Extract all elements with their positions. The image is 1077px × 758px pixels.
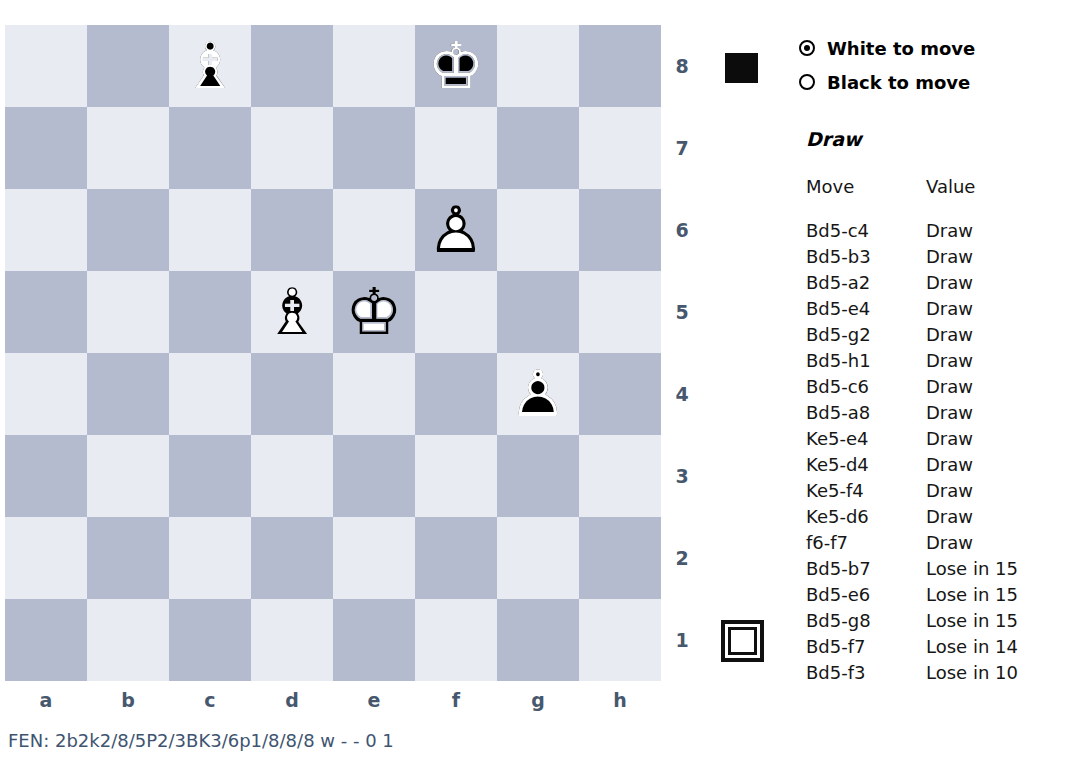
- square-f8[interactable]: ♚♔: [415, 25, 497, 107]
- board: ♝♗♚♔♟♙♝♗♚♔♟♙: [5, 25, 661, 681]
- square-h4[interactable]: [579, 353, 661, 435]
- move-cell[interactable]: Bd5-b3: [806, 246, 926, 267]
- move-cell[interactable]: Ke5-f4: [806, 480, 926, 501]
- black-side-indicator-icon: [725, 53, 758, 83]
- move-row-Bd5-c4: Bd5-c4Draw: [806, 217, 1018, 243]
- rank-label-7: 7: [661, 107, 703, 189]
- square-d5[interactable]: ♝♗: [251, 271, 333, 353]
- move-cell[interactable]: Bd5-b7: [806, 558, 926, 579]
- move-row-Bd5-b3: Bd5-b3Draw: [806, 243, 1018, 269]
- file-label-f: f: [415, 689, 497, 711]
- square-g8[interactable]: [497, 25, 579, 107]
- fen-text: FEN: 2b2k2/8/5P2/3BK3/6p1/8/8/8 w - - 0 …: [8, 730, 394, 751]
- square-f6[interactable]: ♟♙: [415, 189, 497, 271]
- square-h6[interactable]: [579, 189, 661, 271]
- value-cell: Lose in 14: [926, 636, 1018, 657]
- square-c2[interactable]: [169, 517, 251, 599]
- move-cell[interactable]: Bd5-e6: [806, 584, 926, 605]
- square-e7[interactable]: [333, 107, 415, 189]
- move-column-header: Move: [806, 176, 926, 197]
- square-e4[interactable]: [333, 353, 415, 435]
- square-h3[interactable]: [579, 435, 661, 517]
- square-d7[interactable]: [251, 107, 333, 189]
- square-c6[interactable]: [169, 189, 251, 271]
- move-row-Ke5-d6: Ke5-d6Draw: [806, 503, 1018, 529]
- file-labels: abcdefgh: [5, 689, 661, 711]
- file-label-b: b: [87, 689, 169, 711]
- piece-black-pawn: ♟♙: [497, 353, 579, 435]
- square-d2[interactable]: [251, 517, 333, 599]
- move-cell[interactable]: Ke5-e4: [806, 428, 926, 449]
- move-row-Bd5-h1: Bd5-h1Draw: [806, 347, 1018, 373]
- move-row-Bd5-f7: Bd5-f7Lose in 14: [806, 633, 1018, 659]
- white-to-move-label: White to move: [827, 38, 975, 59]
- value-cell: Draw: [926, 506, 973, 527]
- move-cell[interactable]: Bd5-g8: [806, 610, 926, 631]
- move-row-Bd5-g8: Bd5-g8Lose in 15: [806, 607, 1018, 633]
- move-row-Bd5-e6: Bd5-e6Lose in 15: [806, 581, 1018, 607]
- value-cell: Draw: [926, 454, 973, 475]
- square-f5[interactable]: [415, 271, 497, 353]
- move-row-Bd5-g2: Bd5-g2Draw: [806, 321, 1018, 347]
- move-row-Ke5-d4: Ke5-d4Draw: [806, 451, 1018, 477]
- square-e6[interactable]: [333, 189, 415, 271]
- square-c3[interactable]: [169, 435, 251, 517]
- square-h8[interactable]: [579, 25, 661, 107]
- square-f3[interactable]: [415, 435, 497, 517]
- move-cell[interactable]: Bd5-f3: [806, 662, 926, 683]
- move-row-f6-f7: f6-f7Draw: [806, 529, 1018, 555]
- black-to-move-label: Black to move: [827, 72, 970, 93]
- square-d6[interactable]: [251, 189, 333, 271]
- rank-label-2: 2: [661, 517, 703, 599]
- move-cell[interactable]: Bd5-a8: [806, 402, 926, 423]
- value-cell: Draw: [926, 480, 973, 501]
- square-d1[interactable]: [251, 599, 333, 681]
- rank-label-3: 3: [661, 435, 703, 517]
- square-b4[interactable]: [87, 353, 169, 435]
- file-label-h: h: [579, 689, 661, 711]
- value-cell: Lose in 15: [926, 610, 1018, 631]
- value-cell: Lose in 10: [926, 662, 1018, 683]
- move-row-Bd5-c6: Bd5-c6Draw: [806, 373, 1018, 399]
- move-row-Bd5-f3: Bd5-f3Lose in 10: [806, 659, 1018, 685]
- square-e1[interactable]: [333, 599, 415, 681]
- value-cell: Draw: [926, 324, 973, 345]
- square-e5[interactable]: ♚♔: [333, 271, 415, 353]
- move-cell[interactable]: Ke5-d4: [806, 454, 926, 475]
- value-cell: Draw: [926, 272, 973, 293]
- square-a2[interactable]: [5, 517, 87, 599]
- piece-white-king: ♚♔: [333, 271, 415, 353]
- white-to-move-radio-icon[interactable]: [799, 40, 815, 56]
- square-b3[interactable]: [87, 435, 169, 517]
- value-cell: Lose in 15: [926, 584, 1018, 605]
- rank-label-8: 8: [661, 25, 703, 107]
- rank-label-6: 6: [661, 189, 703, 271]
- file-label-e: e: [333, 689, 415, 711]
- square-a7[interactable]: [5, 107, 87, 189]
- square-g3[interactable]: [497, 435, 579, 517]
- value-cell: Draw: [926, 246, 973, 267]
- square-a6[interactable]: [5, 189, 87, 271]
- piece-white-bishop: ♝♗: [251, 271, 333, 353]
- square-c8[interactable]: ♝♗: [169, 25, 251, 107]
- move-cell[interactable]: Bd5-c4: [806, 220, 926, 241]
- move-cell[interactable]: f6-f7: [806, 532, 926, 553]
- value-cell: Lose in 15: [926, 558, 1018, 579]
- white-to-move-option[interactable]: White to move: [799, 36, 975, 60]
- square-b5[interactable]: [87, 271, 169, 353]
- value-cell: Draw: [926, 298, 973, 319]
- square-h2[interactable]: [579, 517, 661, 599]
- square-f7[interactable]: [415, 107, 497, 189]
- move-cell[interactable]: Bd5-c6: [806, 376, 926, 397]
- square-a5[interactable]: [5, 271, 87, 353]
- white-side-indicator-icon: [721, 620, 764, 662]
- square-a1[interactable]: [5, 599, 87, 681]
- square-f2[interactable]: [415, 517, 497, 599]
- square-d8[interactable]: [251, 25, 333, 107]
- square-a4[interactable]: [5, 353, 87, 435]
- file-label-a: a: [5, 689, 87, 711]
- value-column-header: Value: [926, 176, 975, 197]
- move-row-Bd5-a8: Bd5-a8Draw: [806, 399, 1018, 425]
- square-b2[interactable]: [87, 517, 169, 599]
- move-row-Bd5-a2: Bd5-a2Draw: [806, 269, 1018, 295]
- side-to-move-radio-group: White to moveBlack to move: [799, 36, 975, 104]
- square-g4[interactable]: ♟♙: [497, 353, 579, 435]
- square-b6[interactable]: [87, 189, 169, 271]
- square-g1[interactable]: [497, 599, 579, 681]
- square-c5[interactable]: [169, 271, 251, 353]
- moves-table: Bd5-c4DrawBd5-b3DrawBd5-a2DrawBd5-e4Draw…: [806, 217, 1018, 685]
- black-to-move-radio-icon[interactable]: [799, 74, 815, 90]
- rank-label-4: 4: [661, 353, 703, 435]
- value-cell: Draw: [926, 376, 973, 397]
- square-d3[interactable]: [251, 435, 333, 517]
- move-row-Ke5-e4: Ke5-e4Draw: [806, 425, 1018, 451]
- white-side-indicator-inner-square: [728, 627, 757, 655]
- square-g7[interactable]: [497, 107, 579, 189]
- move-row-Bd5-b7: Bd5-b7Lose in 15: [806, 555, 1018, 581]
- move-cell[interactable]: Bd5-f7: [806, 636, 926, 657]
- square-h1[interactable]: [579, 599, 661, 681]
- square-g5[interactable]: [497, 271, 579, 353]
- square-c1[interactable]: [169, 599, 251, 681]
- evaluation-heading: Draw: [806, 128, 862, 150]
- square-a8[interactable]: [5, 25, 87, 107]
- piece-black-bishop: ♝♗: [169, 25, 251, 107]
- rank-label-1: 1: [661, 599, 703, 681]
- square-e8[interactable]: [333, 25, 415, 107]
- piece-white-pawn: ♟♙: [415, 189, 497, 271]
- move-cell[interactable]: Bd5-g2: [806, 324, 926, 345]
- square-c7[interactable]: [169, 107, 251, 189]
- square-d4[interactable]: [251, 353, 333, 435]
- square-b1[interactable]: [87, 599, 169, 681]
- file-label-c: c: [169, 689, 251, 711]
- square-f4[interactable]: [415, 353, 497, 435]
- move-cell[interactable]: Ke5-d6: [806, 506, 926, 527]
- square-h5[interactable]: [579, 271, 661, 353]
- square-b7[interactable]: [87, 107, 169, 189]
- square-h7[interactable]: [579, 107, 661, 189]
- black-to-move-option[interactable]: Black to move: [799, 70, 975, 94]
- move-row-Bd5-e4: Bd5-e4Draw: [806, 295, 1018, 321]
- move-cell[interactable]: Bd5-a2: [806, 272, 926, 293]
- square-f1[interactable]: [415, 599, 497, 681]
- square-c4[interactable]: [169, 353, 251, 435]
- rank-label-5: 5: [661, 271, 703, 353]
- file-label-d: d: [251, 689, 333, 711]
- square-a3[interactable]: [5, 435, 87, 517]
- move-cell[interactable]: Bd5-e4: [806, 298, 926, 319]
- move-cell[interactable]: Bd5-h1: [806, 350, 926, 371]
- square-b8[interactable]: [87, 25, 169, 107]
- square-e3[interactable]: [333, 435, 415, 517]
- square-e2[interactable]: [333, 517, 415, 599]
- value-cell: Draw: [926, 532, 973, 553]
- value-cell: Draw: [926, 402, 973, 423]
- moves-table-header: Move Value: [806, 176, 975, 197]
- piece-black-king: ♚♔: [415, 25, 497, 107]
- value-cell: Draw: [926, 428, 973, 449]
- rank-labels: 87654321: [661, 25, 703, 681]
- move-row-Ke5-f4: Ke5-f4Draw: [806, 477, 1018, 503]
- file-label-g: g: [497, 689, 579, 711]
- value-cell: Draw: [926, 350, 973, 371]
- square-g6[interactable]: [497, 189, 579, 271]
- value-cell: Draw: [926, 220, 973, 241]
- square-g2[interactable]: [497, 517, 579, 599]
